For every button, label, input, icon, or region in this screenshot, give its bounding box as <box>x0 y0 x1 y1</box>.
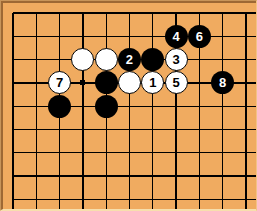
stone-label: 8 <box>219 76 226 89</box>
stone-black <box>95 95 118 118</box>
stone-white-move-7: 7 <box>48 71 71 94</box>
stone-black-move-8: 8 <box>211 71 234 94</box>
stone-white <box>118 71 141 94</box>
hoshi-marker <box>80 80 85 85</box>
stone-label: 1 <box>149 76 156 89</box>
stone-label: 3 <box>172 53 179 66</box>
stone-white-move-1: 1 <box>141 71 164 94</box>
stone-black-move-2: 2 <box>118 48 141 71</box>
stone-label: 6 <box>196 30 203 43</box>
stone-label: 4 <box>172 30 179 43</box>
stone-white <box>95 48 118 71</box>
go-diagram: 46237158 <box>0 0 257 211</box>
stone-black-move-4: 4 <box>165 25 188 48</box>
intersection-grid: 46237158 <box>1 1 256 210</box>
stone-black-move-6: 6 <box>188 25 211 48</box>
stone-label: 2 <box>126 53 133 66</box>
stone-label: 5 <box>172 76 179 89</box>
stone-black <box>141 48 164 71</box>
stone-white-move-5: 5 <box>165 71 188 94</box>
stone-black <box>95 71 118 94</box>
stone-white-move-3: 3 <box>165 48 188 71</box>
go-board: 46237158 <box>1 1 256 210</box>
stone-white <box>71 48 94 71</box>
stone-black <box>48 95 71 118</box>
stone-label: 7 <box>56 76 63 89</box>
